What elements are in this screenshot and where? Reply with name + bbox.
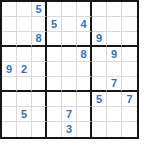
cell-r4c6-given[interactable]: 8 <box>77 47 92 62</box>
cell-r1c9-empty[interactable] <box>122 2 137 17</box>
cell-r3c2-empty[interactable] <box>17 32 32 47</box>
cell-r9c1-empty[interactable] <box>2 122 17 137</box>
cell-r9c6-empty[interactable] <box>77 122 92 137</box>
cell-r8c5-given[interactable]: 7 <box>62 107 77 122</box>
cell-r5c5-empty[interactable] <box>62 62 77 77</box>
cell-r9c3-empty[interactable] <box>32 122 47 137</box>
cell-r7c8-empty[interactable] <box>107 92 122 107</box>
cell-r4c2-empty[interactable] <box>17 47 32 62</box>
cell-r5c3-empty[interactable] <box>32 62 47 77</box>
cell-r2c9-empty[interactable] <box>122 17 137 32</box>
cell-r7c1-empty[interactable] <box>2 92 17 107</box>
cell-r2c3-empty[interactable] <box>32 17 47 32</box>
cell-r4c8-given[interactable]: 9 <box>107 47 122 62</box>
cell-r4c1-empty[interactable] <box>2 47 17 62</box>
cell-r6c7-empty[interactable] <box>92 77 107 92</box>
cell-r4c7-empty[interactable] <box>92 47 107 62</box>
cell-r9c9-empty[interactable] <box>122 122 137 137</box>
cell-r4c5-empty[interactable] <box>62 47 77 62</box>
cell-r3c1-empty[interactable] <box>2 32 17 47</box>
cell-r7c2-empty[interactable] <box>17 92 32 107</box>
cell-r2c7-empty[interactable] <box>92 17 107 32</box>
cell-r8c2-given[interactable]: 5 <box>17 107 32 122</box>
cell-r5c1-given[interactable]: 9 <box>2 62 17 77</box>
cell-r2c6-given[interactable]: 4 <box>77 17 92 32</box>
cell-r8c3-empty[interactable] <box>32 107 47 122</box>
cell-r6c9-empty[interactable] <box>122 77 137 92</box>
cell-r3c5-empty[interactable] <box>62 32 77 47</box>
cell-r6c2-empty[interactable] <box>17 77 32 92</box>
sudoku-board: 554898992757573 <box>0 0 139 139</box>
cell-r9c5-given[interactable]: 3 <box>62 122 77 137</box>
cell-r4c4-empty[interactable] <box>47 47 62 62</box>
cell-r6c3-empty[interactable] <box>32 77 47 92</box>
cell-r3c9-empty[interactable] <box>122 32 137 47</box>
cell-r6c1-empty[interactable] <box>2 77 17 92</box>
cell-r2c5-empty[interactable] <box>62 17 77 32</box>
cell-r8c9-empty[interactable] <box>122 107 137 122</box>
cell-r5c9-empty[interactable] <box>122 62 137 77</box>
cell-r1c7-empty[interactable] <box>92 2 107 17</box>
cell-r5c7-empty[interactable] <box>92 62 107 77</box>
cell-r5c6-empty[interactable] <box>77 62 92 77</box>
cell-r7c4-empty[interactable] <box>47 92 62 107</box>
cell-r7c5-empty[interactable] <box>62 92 77 107</box>
cell-r7c9-given[interactable]: 7 <box>122 92 137 107</box>
cell-r2c4-given[interactable]: 5 <box>47 17 62 32</box>
cell-r6c4-empty[interactable] <box>47 77 62 92</box>
cell-r8c4-empty[interactable] <box>47 107 62 122</box>
cell-r8c7-empty[interactable] <box>92 107 107 122</box>
cell-r4c9-empty[interactable] <box>122 47 137 62</box>
cell-r7c7-given[interactable]: 5 <box>92 92 107 107</box>
cell-r2c2-empty[interactable] <box>17 17 32 32</box>
cell-r8c8-empty[interactable] <box>107 107 122 122</box>
cell-r3c8-empty[interactable] <box>107 32 122 47</box>
cell-r7c3-empty[interactable] <box>32 92 47 107</box>
cell-r9c7-empty[interactable] <box>92 122 107 137</box>
cell-r9c8-empty[interactable] <box>107 122 122 137</box>
cell-r5c4-empty[interactable] <box>47 62 62 77</box>
cell-r8c6-empty[interactable] <box>77 107 92 122</box>
cell-r5c8-empty[interactable] <box>107 62 122 77</box>
cell-r6c5-empty[interactable] <box>62 77 77 92</box>
cell-r1c3-given[interactable]: 5 <box>32 2 47 17</box>
cell-r3c3-given[interactable]: 8 <box>32 32 47 47</box>
cell-r4c3-empty[interactable] <box>32 47 47 62</box>
cell-r7c6-empty[interactable] <box>77 92 92 107</box>
cell-r3c7-given[interactable]: 9 <box>92 32 107 47</box>
cell-r1c1-empty[interactable] <box>2 2 17 17</box>
cell-r1c6-empty[interactable] <box>77 2 92 17</box>
cell-r5c2-given[interactable]: 2 <box>17 62 32 77</box>
cell-r3c4-empty[interactable] <box>47 32 62 47</box>
cell-r2c8-empty[interactable] <box>107 17 122 32</box>
cell-r2c1-empty[interactable] <box>2 17 17 32</box>
cell-r1c8-empty[interactable] <box>107 2 122 17</box>
cell-r1c2-empty[interactable] <box>17 2 32 17</box>
cell-r8c1-empty[interactable] <box>2 107 17 122</box>
cell-r6c8-given[interactable]: 7 <box>107 77 122 92</box>
cell-r1c5-empty[interactable] <box>62 2 77 17</box>
cell-r3c6-empty[interactable] <box>77 32 92 47</box>
cell-r9c2-empty[interactable] <box>17 122 32 137</box>
cell-r6c6-empty[interactable] <box>77 77 92 92</box>
cell-r9c4-empty[interactable] <box>47 122 62 137</box>
cell-r1c4-empty[interactable] <box>47 2 62 17</box>
